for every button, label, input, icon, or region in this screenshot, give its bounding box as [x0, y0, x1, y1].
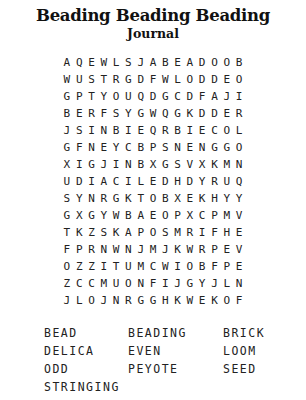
grid-cell-r11c5[interactable]: K — [110, 224, 122, 241]
grid-cell-r13c10[interactable]: I — [171, 258, 183, 275]
grid-cell-r14c14[interactable]: L — [221, 275, 233, 292]
grid-cell-r5c15[interactable]: L — [233, 122, 245, 139]
grid-cell-r1c15[interactable]: B — [233, 54, 245, 71]
grid-cell-r2c9[interactable]: W — [159, 71, 171, 88]
grid-cell-r12c7[interactable]: J — [135, 241, 147, 258]
grid-cell-r6c8[interactable]: P — [147, 139, 159, 156]
grid-cell-r14c5[interactable]: U — [110, 275, 122, 292]
grid-cell-r13c8[interactable]: C — [147, 258, 159, 275]
grid-cell-r13c15[interactable]: E — [233, 258, 245, 275]
word-list-item-beading[interactable]: BEADING — [128, 324, 223, 342]
grid-cell-r8c6[interactable]: I — [122, 173, 134, 190]
grid-cell-r7c7[interactable]: B — [135, 156, 147, 173]
grid-cell-r6c14[interactable]: G — [221, 139, 233, 156]
grid-cell-r15c6[interactable]: R — [122, 292, 134, 309]
grid-cell-r14c2[interactable]: C — [73, 275, 85, 292]
grid-cell-r14c1[interactable]: Z — [61, 275, 73, 292]
page-subtitle: Journal — [0, 26, 306, 41]
grid-cell-r15c8[interactable]: G — [147, 292, 159, 309]
grid-cell-r7c9[interactable]: G — [159, 156, 171, 173]
grid-cell-r10c2[interactable]: X — [73, 207, 85, 224]
grid-cell-r5c5[interactable]: B — [110, 122, 122, 139]
grid-cell-r9c4[interactable]: R — [98, 190, 110, 207]
word-list-column-2: BEADINGEVENPEYOTE — [128, 324, 223, 396]
puzzle-page: Beading Beading Beading Journal AQEWLSJA… — [0, 0, 306, 400]
grid-cell-r15c5[interactable]: N — [110, 292, 122, 309]
grid-cell-r10c15[interactable]: V — [233, 207, 245, 224]
grid-cell-r12c8[interactable]: M — [147, 241, 159, 258]
grid-cell-r12c11[interactable]: W — [184, 241, 196, 258]
grid-cell-r12c6[interactable]: N — [122, 241, 134, 258]
grid-cell-r10c6[interactable]: B — [122, 207, 134, 224]
grid-cell-r1c7[interactable]: J — [135, 54, 147, 71]
grid-cell-r3c11[interactable]: D — [184, 88, 196, 105]
grid-cell-r2c4[interactable]: T — [98, 71, 110, 88]
grid-cell-r7c10[interactable]: S — [171, 156, 183, 173]
grid-cell-r14c12[interactable]: Y — [196, 275, 208, 292]
grid-cell-r13c2[interactable]: Z — [73, 258, 85, 275]
grid-cell-r2c13[interactable]: D — [208, 71, 220, 88]
grid-cell-r13c3[interactable]: Z — [85, 258, 97, 275]
grid-cell-r7c13[interactable]: K — [208, 156, 220, 173]
grid-cell-r12c15[interactable]: V — [233, 241, 245, 258]
grid-cell-r8c13[interactable]: R — [208, 173, 220, 190]
page-header: Beading Beading Beading Journal — [0, 6, 306, 41]
grid-cell-r3c5[interactable]: O — [110, 88, 122, 105]
grid-cell-r2c10[interactable]: L — [171, 71, 183, 88]
grid-cell-r10c10[interactable]: P — [171, 207, 183, 224]
grid-cell-r11c2[interactable]: K — [73, 224, 85, 241]
grid-cell-r4c1[interactable]: B — [61, 105, 73, 122]
grid-cell-r2c12[interactable]: D — [196, 71, 208, 88]
grid-cell-r12c2[interactable]: P — [73, 241, 85, 258]
grid-cell-r7c1[interactable]: X — [61, 156, 73, 173]
grid-cell-r7c14[interactable]: M — [221, 156, 233, 173]
grid-cell-r3c2[interactable]: P — [73, 88, 85, 105]
grid-cell-r15c9[interactable]: H — [159, 292, 171, 309]
grid-cell-r2c6[interactable]: G — [122, 71, 134, 88]
grid-cell-r3c7[interactable]: Q — [135, 88, 147, 105]
grid-cell-r2c15[interactable]: O — [233, 71, 245, 88]
grid-cell-r11c12[interactable]: I — [196, 224, 208, 241]
grid-cell-r6c11[interactable]: E — [184, 139, 196, 156]
grid-cell-r5c6[interactable]: I — [122, 122, 134, 139]
page-title: Beading Beading Beading — [0, 6, 306, 25]
grid-cell-r11c7[interactable]: P — [135, 224, 147, 241]
grid-cell-r13c7[interactable]: M — [135, 258, 147, 275]
grid-cell-r7c4[interactable]: J — [98, 156, 110, 173]
grid-cell-r11c6[interactable]: A — [122, 224, 134, 241]
grid-cell-r6c7[interactable]: B — [135, 139, 147, 156]
grid-cell-r14c7[interactable]: N — [135, 275, 147, 292]
grid-cell-r6c1[interactable]: G — [61, 139, 73, 156]
grid-cell-r15c7[interactable]: G — [135, 292, 147, 309]
grid-cell-r9c9[interactable]: B — [159, 190, 171, 207]
grid-cell-r14c11[interactable]: G — [184, 275, 196, 292]
word-list-item-delica[interactable]: DELICA — [44, 342, 128, 360]
grid-cell-r8c7[interactable]: L — [135, 173, 147, 190]
grid-cell-r4c13[interactable]: D — [208, 105, 220, 122]
word-list: BEADDELICAODDSTRINGINGBEADINGEVENPEYOTEB… — [0, 324, 306, 396]
grid-cell-r4c11[interactable]: K — [184, 105, 196, 122]
grid-cell-r9c12[interactable]: K — [196, 190, 208, 207]
grid-cell-r6c13[interactable]: G — [208, 139, 220, 156]
grid-cell-r4c2[interactable]: E — [73, 105, 85, 122]
grid-cell-r8c2[interactable]: D — [73, 173, 85, 190]
grid-cell-r14c8[interactable]: F — [147, 275, 159, 292]
grid-cell-r6c12[interactable]: N — [196, 139, 208, 156]
grid-cell-r15c13[interactable]: K — [208, 292, 220, 309]
grid-cell-r2c11[interactable]: O — [184, 71, 196, 88]
grid-cell-r15c11[interactable]: W — [184, 292, 196, 309]
grid-cell-r1c1[interactable]: A — [61, 54, 73, 71]
grid-cell-r5c11[interactable]: I — [184, 122, 196, 139]
grid-cell-r15c2[interactable]: L — [73, 292, 85, 309]
grid-cell-r3c4[interactable]: Y — [98, 88, 110, 105]
word-list-item-even[interactable]: EVEN — [128, 342, 223, 360]
word-list-item-bead[interactable]: BEAD — [44, 324, 128, 342]
grid-cell-r4c12[interactable]: D — [196, 105, 208, 122]
grid-cell-r4c7[interactable]: G — [135, 105, 147, 122]
grid-cell-r11c9[interactable]: S — [159, 224, 171, 241]
grid-cell-r3c12[interactable]: F — [196, 88, 208, 105]
grid-cell-r1c4[interactable]: W — [98, 54, 110, 71]
grid-cell-r11c1[interactable]: T — [61, 224, 73, 241]
grid-cell-r5c10[interactable]: B — [171, 122, 183, 139]
grid-cell-r5c13[interactable]: C — [208, 122, 220, 139]
grid-cell-r4c9[interactable]: Q — [159, 105, 171, 122]
grid-cell-r9c15[interactable]: Y — [233, 190, 245, 207]
word-list-item-odd[interactable]: ODD — [44, 360, 128, 378]
grid-cell-r8c4[interactable]: A — [98, 173, 110, 190]
grid-cell-r10c4[interactable]: Y — [98, 207, 110, 224]
grid-cell-r1c14[interactable]: O — [221, 54, 233, 71]
grid-cell-r9c14[interactable]: Y — [221, 190, 233, 207]
grid-cell-r12c4[interactable]: N — [98, 241, 110, 258]
grid-cell-r5c7[interactable]: E — [135, 122, 147, 139]
grid-cell-r9c5[interactable]: G — [110, 190, 122, 207]
grid-cell-r10c3[interactable]: G — [85, 207, 97, 224]
grid-cell-r12c12[interactable]: R — [196, 241, 208, 258]
grid-cell-r5c3[interactable]: I — [85, 122, 97, 139]
grid-cell-r10c12[interactable]: C — [196, 207, 208, 224]
grid-cell-r11c11[interactable]: R — [184, 224, 196, 241]
grid-cell-r1c10[interactable]: E — [171, 54, 183, 71]
grid-cell-r15c15[interactable]: F — [233, 292, 245, 309]
grid-cell-r14c10[interactable]: J — [171, 275, 183, 292]
word-search-grid: AQEWLSJABEADOOBWUSTRGDFWLODDEOGPTYOUQDGC… — [0, 54, 306, 309]
grid-cell-r6c15[interactable]: O — [233, 139, 245, 156]
grid-cell-r12c5[interactable]: W — [110, 241, 122, 258]
grid-cell-r11c3[interactable]: Z — [85, 224, 97, 241]
grid-cell-r8c15[interactable]: Q — [233, 173, 245, 190]
grid-cell-r13c4[interactable]: I — [98, 258, 110, 275]
grid-cell-r12c14[interactable]: E — [221, 241, 233, 258]
grid-cell-r1c13[interactable]: O — [208, 54, 220, 71]
grid-cell-r9c1[interactable]: S — [61, 190, 73, 207]
grid-cell-r11c10[interactable]: M — [171, 224, 183, 241]
grid-cell-r12c3[interactable]: R — [85, 241, 97, 258]
grid-cell-r9c6[interactable]: K — [122, 190, 134, 207]
grid-cell-r7c2[interactable]: I — [73, 156, 85, 173]
word-list-column-1: BEADDELICAODDSTRINGING — [44, 324, 128, 396]
grid-cell-r4c8[interactable]: W — [147, 105, 159, 122]
grid-cell-r3c13[interactable]: A — [208, 88, 220, 105]
grid-cell-r13c13[interactable]: F — [208, 258, 220, 275]
grid-cell-r8c12[interactable]: Y — [196, 173, 208, 190]
grid-cell-r3c8[interactable]: D — [147, 88, 159, 105]
grid-cell-r7c3[interactable]: G — [85, 156, 97, 173]
grid-cell-r4c6[interactable]: Y — [122, 105, 134, 122]
grid-cell-r1c3[interactable]: E — [85, 54, 97, 71]
grid-cell-r2c2[interactable]: U — [73, 71, 85, 88]
grid-cell-r13c9[interactable]: W — [159, 258, 171, 275]
word-list-item-stringing[interactable]: STRINGING — [44, 378, 128, 396]
grid-cell-r13c1[interactable]: O — [61, 258, 73, 275]
word-list-item-loom[interactable]: LOOM — [223, 342, 265, 360]
grid-cell-r10c9[interactable]: O — [159, 207, 171, 224]
grid-cell-r5c14[interactable]: O — [221, 122, 233, 139]
grid-cell-r2c14[interactable]: E — [221, 71, 233, 88]
grid-cell-r2c1[interactable]: W — [61, 71, 73, 88]
grid-cell-r12c13[interactable]: P — [208, 241, 220, 258]
grid-cell-r12c1[interactable]: F — [61, 241, 73, 258]
grid-cell-r6c6[interactable]: C — [122, 139, 134, 156]
grid-cell-r9c10[interactable]: X — [171, 190, 183, 207]
grid-cell-r8c9[interactable]: D — [159, 173, 171, 190]
grid-cell-r1c2[interactable]: Q — [73, 54, 85, 71]
grid-cell-r11c4[interactable]: S — [98, 224, 110, 241]
grid-cell-r10c5[interactable]: W — [110, 207, 122, 224]
grid-cell-r3c9[interactable]: G — [159, 88, 171, 105]
grid-cell-r7c11[interactable]: V — [184, 156, 196, 173]
grid-cell-r11c13[interactable]: F — [208, 224, 220, 241]
grid-cell-r14c9[interactable]: I — [159, 275, 171, 292]
grid-cell-r13c14[interactable]: P — [221, 258, 233, 275]
grid-cell-r10c7[interactable]: A — [135, 207, 147, 224]
grid-cell-r6c3[interactable]: N — [85, 139, 97, 156]
grid-cell-r10c1[interactable]: G — [61, 207, 73, 224]
grid-cell-r11c8[interactable]: O — [147, 224, 159, 241]
grid-cell-r4c10[interactable]: G — [171, 105, 183, 122]
grid-cell-r2c5[interactable]: R — [110, 71, 122, 88]
grid-cell-r4c15[interactable]: R — [233, 105, 245, 122]
grid-cell-r9c8[interactable]: O — [147, 190, 159, 207]
grid-cell-r3c10[interactable]: C — [171, 88, 183, 105]
grid-cell-r3c1[interactable]: G — [61, 88, 73, 105]
grid-cell-r10c8[interactable]: E — [147, 207, 159, 224]
grid-cell-r5c4[interactable]: N — [98, 122, 110, 139]
grid-cell-r1c11[interactable]: A — [184, 54, 196, 71]
grid-cell-r15c10[interactable]: K — [171, 292, 183, 309]
word-list-item-brick[interactable]: BRICK — [223, 324, 265, 342]
grid-cell-r7c6[interactable]: N — [122, 156, 134, 173]
grid-cell-r9c13[interactable]: H — [208, 190, 220, 207]
grid-cell-r4c14[interactable]: E — [221, 105, 233, 122]
grid-cell-r10c13[interactable]: P — [208, 207, 220, 224]
grid-cell-r7c8[interactable]: X — [147, 156, 159, 173]
grid-cell-r1c9[interactable]: B — [159, 54, 171, 71]
grid-cell-r13c12[interactable]: B — [196, 258, 208, 275]
grid-cell-r12c10[interactable]: K — [171, 241, 183, 258]
grid-cell-r6c2[interactable]: F — [73, 139, 85, 156]
grid-cell-r1c6[interactable]: S — [122, 54, 134, 71]
grid-cell-r2c7[interactable]: D — [135, 71, 147, 88]
grid-cell-r12c9[interactable]: J — [159, 241, 171, 258]
grid-cell-r14c6[interactable]: O — [122, 275, 134, 292]
grid-cell-r1c5[interactable]: L — [110, 54, 122, 71]
grid-cell-r5c1[interactable]: J — [61, 122, 73, 139]
grid-cell-r1c8[interactable]: A — [147, 54, 159, 71]
grid-cell-r9c3[interactable]: N — [85, 190, 97, 207]
grid-cell-r6c4[interactable]: E — [98, 139, 110, 156]
grid-cell-r2c8[interactable]: F — [147, 71, 159, 88]
grid-cell-r8c14[interactable]: U — [221, 173, 233, 190]
word-list-column-3: BRICKLOOMSEED — [223, 324, 265, 396]
grid-cell-r7c12[interactable]: X — [196, 156, 208, 173]
grid-cell-r3c14[interactable]: J — [221, 88, 233, 105]
grid-cell-r15c14[interactable]: O — [221, 292, 233, 309]
grid-cell-r9c11[interactable]: E — [184, 190, 196, 207]
grid-cell-r4c5[interactable]: S — [110, 105, 122, 122]
grid-cell-r3c3[interactable]: T — [85, 88, 97, 105]
grid-cell-r8c10[interactable]: H — [171, 173, 183, 190]
grid-cell-r5c9[interactable]: R — [159, 122, 171, 139]
grid-cell-r9c7[interactable]: T — [135, 190, 147, 207]
grid-cell-r8c11[interactable]: D — [184, 173, 196, 190]
grid-cell-r15c4[interactable]: J — [98, 292, 110, 309]
word-list-item-seed[interactable]: SEED — [223, 360, 265, 378]
grid-cell-r14c13[interactable]: J — [208, 275, 220, 292]
grid-cell-r15c12[interactable]: E — [196, 292, 208, 309]
grid-cell-r6c10[interactable]: N — [171, 139, 183, 156]
grid-cell-r8c5[interactable]: C — [110, 173, 122, 190]
grid-cell-r9c2[interactable]: Y — [73, 190, 85, 207]
grid-cell-r7c15[interactable]: N — [233, 156, 245, 173]
grid-cell-r13c5[interactable]: T — [110, 258, 122, 275]
grid-cell-r2c3[interactable]: S — [85, 71, 97, 88]
grid-cell-r11c14[interactable]: H — [221, 224, 233, 241]
grid-cell-r5c12[interactable]: E — [196, 122, 208, 139]
grid-cell-r10c14[interactable]: M — [221, 207, 233, 224]
grid-cell-r6c9[interactable]: S — [159, 139, 171, 156]
grid-cell-r8c8[interactable]: E — [147, 173, 159, 190]
grid-cell-r5c8[interactable]: Q — [147, 122, 159, 139]
grid-cell-r6c5[interactable]: Y — [110, 139, 122, 156]
grid-cell-r8c1[interactable]: U — [61, 173, 73, 190]
grid-cell-r14c3[interactable]: C — [85, 275, 97, 292]
grid-cell-r10c11[interactable]: X — [184, 207, 196, 224]
grid-cell-r3c15[interactable]: I — [233, 88, 245, 105]
grid-cell-r4c3[interactable]: R — [85, 105, 97, 122]
grid-cell-r4c4[interactable]: F — [98, 105, 110, 122]
grid-cell-r15c1[interactable]: J — [61, 292, 73, 309]
grid-cell-r13c11[interactable]: O — [184, 258, 196, 275]
grid-cell-r11c15[interactable]: E — [233, 224, 245, 241]
grid-cell-r7c5[interactable]: I — [110, 156, 122, 173]
grid-cell-r1c12[interactable]: D — [196, 54, 208, 71]
word-list-item-peyote[interactable]: PEYOTE — [128, 360, 223, 378]
grid-cell-r3c6[interactable]: U — [122, 88, 134, 105]
grid-cell-r15c3[interactable]: O — [85, 292, 97, 309]
grid-cell-r13c6[interactable]: U — [122, 258, 134, 275]
grid-cell-r14c15[interactable]: N — [233, 275, 245, 292]
grid-cell-r8c3[interactable]: I — [85, 173, 97, 190]
grid-cell-r14c4[interactable]: M — [98, 275, 110, 292]
grid-cell-r5c2[interactable]: S — [73, 122, 85, 139]
